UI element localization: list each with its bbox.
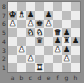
square-b1[interactable] <box>17 63 26 72</box>
square-a8[interactable] <box>8 2 17 11</box>
square-e6[interactable]: ♟ <box>44 20 53 29</box>
square-h6[interactable] <box>71 20 80 29</box>
square-g1[interactable] <box>62 63 71 72</box>
black-pawn[interactable]: ♟ <box>63 46 70 54</box>
square-c4[interactable] <box>26 37 35 46</box>
square-f2[interactable] <box>53 55 62 64</box>
black-pawn[interactable]: ♟ <box>27 11 34 19</box>
white-pawn[interactable]: ♟ <box>9 20 16 28</box>
black-pawn[interactable]: ♟ <box>54 37 61 45</box>
square-e7[interactable]: ♟ <box>44 11 53 20</box>
square-h7[interactable] <box>71 11 80 20</box>
square-b6[interactable] <box>17 20 26 29</box>
square-b3[interactable]: ♟ <box>17 46 26 55</box>
square-g5[interactable]: ♟ <box>62 28 71 37</box>
white-pawn[interactable]: ♟ <box>54 46 61 54</box>
square-d4[interactable]: ♛ <box>35 37 44 46</box>
square-e2[interactable] <box>44 55 53 64</box>
square-a6[interactable]: ♟ <box>8 20 17 29</box>
black-rook[interactable]: ♜ <box>63 37 70 45</box>
rank-label-4: 4 <box>0 37 8 46</box>
black-pawn[interactable]: ♟ <box>63 29 70 37</box>
rank-label-2: 2 <box>0 55 8 64</box>
square-d3[interactable] <box>35 46 44 55</box>
white-pawn[interactable]: ♟ <box>27 20 34 28</box>
square-a1[interactable] <box>8 63 17 72</box>
white-rook[interactable]: ♜ <box>36 64 43 72</box>
square-c2[interactable]: ♟ <box>26 55 35 64</box>
square-h5[interactable] <box>71 28 80 37</box>
white-queen[interactable]: ♛ <box>54 29 61 37</box>
square-d6[interactable]: ♚ <box>35 20 44 29</box>
white-pawn[interactable]: ♟ <box>18 46 25 54</box>
file-label-c: c <box>26 72 35 83</box>
file-label-g: g <box>62 72 71 83</box>
file-label-f: f <box>53 72 62 83</box>
square-f4[interactable]: ♟ <box>53 37 62 46</box>
rank-label-8: 8 <box>0 2 8 11</box>
square-a7[interactable]: ♚ <box>8 11 17 20</box>
square-h4[interactable]: ♟ <box>71 37 80 46</box>
square-e1[interactable] <box>44 63 53 72</box>
square-e5[interactable] <box>44 28 53 37</box>
square-g2[interactable]: ♟ <box>62 55 71 64</box>
square-b5[interactable] <box>17 28 26 37</box>
square-d2[interactable] <box>35 55 44 64</box>
square-g8[interactable] <box>62 2 71 11</box>
white-bishop[interactable]: ♝ <box>18 11 25 19</box>
square-e8[interactable] <box>44 2 53 11</box>
square-h8[interactable] <box>71 2 80 11</box>
square-a4[interactable] <box>8 37 17 46</box>
white-pawn[interactable]: ♟ <box>45 20 52 28</box>
white-pawn[interactable]: ♟ <box>27 55 34 63</box>
square-h2[interactable] <box>71 55 80 64</box>
white-knight[interactable]: ♞ <box>27 29 34 37</box>
white-king[interactable]: ♚ <box>9 11 16 19</box>
rank-label-7: 7 <box>0 11 8 20</box>
square-e3[interactable] <box>44 46 53 55</box>
square-g4[interactable]: ♜ <box>62 37 71 46</box>
square-g7[interactable] <box>62 11 71 20</box>
chess-board: ♚♝♟♟♟♟♚♟♞♞♛♟♛♟♜♟♟♟♟♟♟♜ <box>8 2 80 72</box>
square-b4[interactable] <box>17 37 26 46</box>
square-f7[interactable] <box>53 11 62 20</box>
file-label-d: d <box>35 72 44 83</box>
square-d5[interactable]: ♞ <box>35 28 44 37</box>
square-c3[interactable] <box>26 46 35 55</box>
square-f6[interactable] <box>53 20 62 29</box>
square-d8[interactable] <box>35 2 44 11</box>
file-label-b: b <box>17 72 26 83</box>
square-b8[interactable] <box>17 2 26 11</box>
file-labels: abcdefgh <box>8 72 80 83</box>
square-f5[interactable]: ♛ <box>53 28 62 37</box>
white-knight[interactable]: ♞ <box>36 29 43 37</box>
rank-label-6: 6 <box>0 20 8 29</box>
square-e4[interactable] <box>44 37 53 46</box>
black-king[interactable]: ♚ <box>36 20 43 28</box>
rank-label-5: 5 <box>0 28 8 37</box>
square-h3[interactable] <box>71 46 80 55</box>
square-g6[interactable] <box>62 20 71 29</box>
square-g3[interactable]: ♟ <box>62 46 71 55</box>
chess-diagram: 87654321 ♚♝♟♟♟♟♚♟♞♞♛♟♛♟♜♟♟♟♟♟♟♜ abcdefgh <box>0 0 84 83</box>
file-label-a: a <box>8 72 17 83</box>
square-f8[interactable] <box>53 2 62 11</box>
square-f1[interactable] <box>53 63 62 72</box>
white-pawn[interactable]: ♟ <box>63 55 70 63</box>
square-d7[interactable] <box>35 11 44 20</box>
rank-labels: 87654321 <box>0 2 8 72</box>
rank-label-3: 3 <box>0 46 8 55</box>
square-a2[interactable] <box>8 55 17 64</box>
square-h1[interactable] <box>71 63 80 72</box>
square-f3[interactable]: ♟ <box>53 46 62 55</box>
square-c6[interactable]: ♟ <box>26 20 35 29</box>
square-c1[interactable] <box>26 63 35 72</box>
square-a3[interactable] <box>8 46 17 55</box>
file-label-h: h <box>71 72 80 83</box>
black-queen[interactable]: ♛ <box>36 37 43 45</box>
square-a5[interactable] <box>8 28 17 37</box>
square-b2[interactable] <box>17 55 26 64</box>
black-pawn[interactable]: ♟ <box>72 37 79 45</box>
square-c5[interactable]: ♞ <box>26 28 35 37</box>
square-c8[interactable] <box>26 2 35 11</box>
rank-label-1: 1 <box>0 63 8 72</box>
file-label-e: e <box>44 72 53 83</box>
square-b7[interactable]: ♝ <box>17 11 26 20</box>
square-c7[interactable]: ♟ <box>26 11 35 20</box>
square-d1[interactable]: ♜ <box>35 63 44 72</box>
black-pawn[interactable]: ♟ <box>45 11 52 19</box>
